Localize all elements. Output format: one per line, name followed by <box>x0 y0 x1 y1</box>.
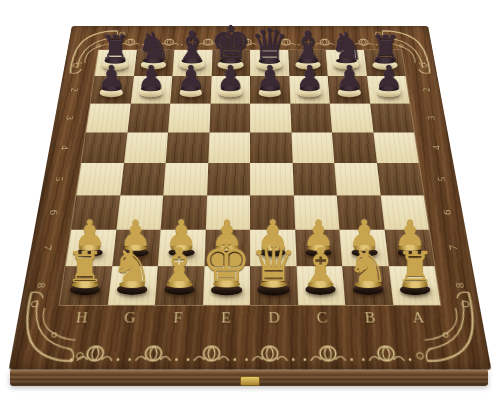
piece-base <box>164 284 194 295</box>
piece-base <box>100 88 122 96</box>
piece-base <box>400 284 430 295</box>
black-rook-a8[interactable]: ♜ <box>396 249 434 296</box>
piece-base <box>259 88 281 96</box>
black-rook-h8[interactable]: ♜ <box>66 249 104 296</box>
piece-base <box>70 284 100 295</box>
white-pawn-a2[interactable]: ♟ <box>374 62 402 97</box>
piece-base <box>377 88 399 96</box>
white-pawn-f2[interactable]: ♟ <box>176 62 204 97</box>
piece-base <box>140 88 162 96</box>
black-knight-b8[interactable]: ♞ <box>347 244 389 295</box>
white-pawn-e2[interactable]: ♟ <box>216 62 244 97</box>
white-pawn-c2[interactable]: ♟ <box>295 62 323 97</box>
piece-base <box>117 284 147 295</box>
white-pawn-b2[interactable]: ♟ <box>335 62 363 97</box>
white-pawn-d2[interactable]: ♟ <box>256 62 284 97</box>
black-king-e8[interactable]: ♚ <box>202 236 252 295</box>
piece-base <box>298 88 320 96</box>
white-pawn-h2[interactable]: ♟ <box>97 62 125 97</box>
piece-base <box>338 88 360 96</box>
black-knight-g8[interactable]: ♞ <box>111 244 153 295</box>
black-bishop-f8[interactable]: ♝ <box>158 243 201 295</box>
piece-base <box>219 88 241 96</box>
chess-set-photo: HGFEDCBA 12345678 12345678 ♜♞♝♚♛♝♞♜♟♟♟♟♟… <box>0 0 500 400</box>
piece-base <box>306 284 336 295</box>
piece-base <box>179 88 201 96</box>
piece-base <box>353 284 383 295</box>
pieces-layer: ♜♞♝♚♛♝♞♜♟♟♟♟♟♟♟♟♟♟♟♟♟♟♟♟♜♞♝♚♛♝♞♜ <box>0 0 500 400</box>
white-pawn-g2[interactable]: ♟ <box>137 62 165 97</box>
black-queen-d8[interactable]: ♛ <box>250 239 297 295</box>
piece-base <box>258 284 289 295</box>
black-bishop-c8[interactable]: ♝ <box>299 243 342 295</box>
